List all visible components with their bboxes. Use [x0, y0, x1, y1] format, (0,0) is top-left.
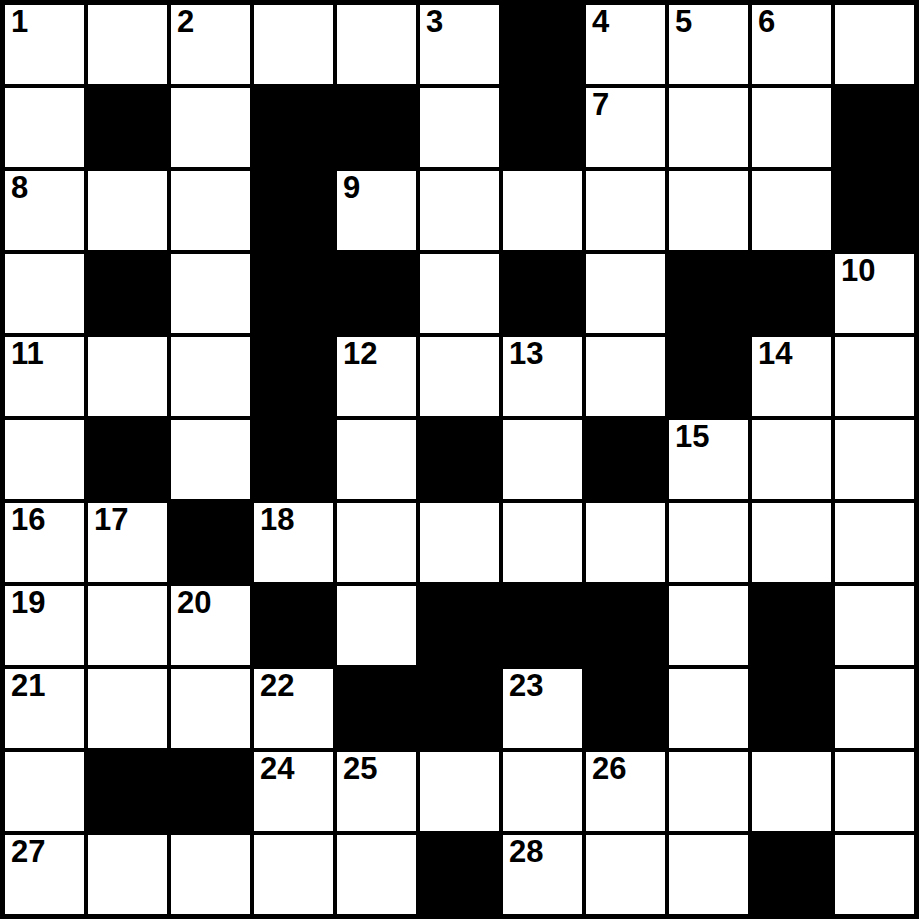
white-cell[interactable] [420, 254, 499, 333]
white-cell[interactable] [586, 337, 665, 416]
white-cell[interactable] [171, 88, 250, 167]
clue-number: 5 [675, 6, 692, 37]
black-cell [254, 171, 333, 250]
clue-number: 25 [343, 753, 377, 784]
black-cell [503, 88, 582, 167]
white-cell[interactable] [752, 420, 831, 499]
clue-number: 14 [758, 338, 792, 369]
white-cell[interactable] [254, 835, 333, 914]
white-cell[interactable]: 12 [337, 337, 416, 416]
black-cell [586, 669, 665, 748]
clue-number: 24 [260, 753, 294, 784]
black-cell [503, 254, 582, 333]
black-cell [503, 586, 582, 665]
white-cell[interactable] [835, 503, 914, 582]
black-cell [586, 586, 665, 665]
clue-number: 2 [177, 6, 194, 37]
white-cell[interactable] [171, 254, 250, 333]
white-cell[interactable] [669, 669, 748, 748]
clue-number: 17 [94, 504, 128, 535]
black-cell [835, 88, 914, 167]
black-cell [835, 171, 914, 250]
white-cell[interactable]: 2 [171, 5, 250, 84]
white-cell[interactable] [586, 254, 665, 333]
white-cell[interactable] [669, 586, 748, 665]
white-cell[interactable] [88, 835, 167, 914]
white-cell[interactable] [835, 420, 914, 499]
white-cell[interactable] [420, 752, 499, 831]
white-cell[interactable] [88, 669, 167, 748]
white-cell[interactable] [503, 752, 582, 831]
clue-number: 7 [592, 89, 609, 120]
white-cell[interactable] [171, 420, 250, 499]
black-cell [752, 669, 831, 748]
white-cell[interactable] [420, 88, 499, 167]
black-cell [420, 586, 499, 665]
white-cell[interactable] [835, 5, 914, 84]
black-cell [88, 254, 167, 333]
white-cell[interactable]: 14 [752, 337, 831, 416]
white-cell[interactable] [752, 88, 831, 167]
white-cell[interactable] [420, 171, 499, 250]
white-cell[interactable] [586, 171, 665, 250]
white-cell[interactable]: 7 [586, 88, 665, 167]
white-cell[interactable]: 5 [669, 5, 748, 84]
white-cell[interactable]: 23 [503, 669, 582, 748]
white-cell[interactable]: 26 [586, 752, 665, 831]
clue-number: 20 [177, 587, 211, 618]
white-cell[interactable] [88, 337, 167, 416]
black-cell [254, 88, 333, 167]
black-cell [337, 88, 416, 167]
clue-number: 22 [260, 670, 294, 701]
white-cell[interactable] [669, 88, 748, 167]
clue-number: 12 [343, 338, 377, 369]
white-cell[interactable]: 18 [254, 503, 333, 582]
black-cell [420, 669, 499, 748]
clue-number: 1 [11, 6, 28, 37]
white-cell[interactable] [669, 171, 748, 250]
white-cell[interactable] [254, 5, 333, 84]
white-cell[interactable]: 27 [5, 835, 84, 914]
white-cell[interactable] [88, 586, 167, 665]
black-cell [171, 752, 250, 831]
white-cell[interactable]: 21 [5, 669, 84, 748]
white-cell[interactable] [88, 5, 167, 84]
white-cell[interactable]: 22 [254, 669, 333, 748]
white-cell[interactable] [586, 503, 665, 582]
white-cell[interactable] [503, 171, 582, 250]
black-cell [337, 254, 416, 333]
white-cell[interactable] [337, 5, 416, 84]
clue-number: 11 [11, 338, 44, 369]
white-cell[interactable]: 10 [835, 254, 914, 333]
white-cell[interactable]: 4 [586, 5, 665, 84]
crossword-board: 1234567891011121314151617181920212223242… [0, 0, 919, 919]
black-cell [254, 254, 333, 333]
clue-number: 9 [343, 172, 360, 203]
white-cell[interactable] [420, 337, 499, 416]
white-cell[interactable] [669, 503, 748, 582]
black-cell [586, 420, 665, 499]
white-cell[interactable]: 11 [5, 337, 84, 416]
white-cell[interactable] [835, 835, 914, 914]
white-cell[interactable] [669, 752, 748, 831]
clue-number: 6 [758, 6, 775, 37]
white-cell[interactable] [5, 254, 84, 333]
white-cell[interactable] [503, 420, 582, 499]
black-cell [88, 752, 167, 831]
white-cell[interactable]: 24 [254, 752, 333, 831]
clue-number: 8 [11, 172, 28, 203]
white-cell[interactable]: 16 [5, 503, 84, 582]
white-cell[interactable]: 17 [88, 503, 167, 582]
white-cell[interactable]: 8 [5, 171, 84, 250]
clue-number: 27 [11, 836, 45, 867]
white-cell[interactable]: 3 [420, 5, 499, 84]
black-cell [752, 586, 831, 665]
clue-number: 19 [11, 587, 45, 618]
white-cell[interactable] [835, 337, 914, 416]
black-cell [752, 254, 831, 333]
black-cell [752, 835, 831, 914]
clue-number: 3 [426, 6, 443, 37]
white-cell[interactable] [171, 669, 250, 748]
black-cell [88, 88, 167, 167]
black-cell [503, 5, 582, 84]
white-cell[interactable] [5, 752, 84, 831]
white-cell[interactable] [752, 503, 831, 582]
white-cell[interactable] [420, 503, 499, 582]
white-cell[interactable] [337, 420, 416, 499]
black-cell [669, 337, 748, 416]
clue-number: 16 [11, 504, 45, 535]
white-cell[interactable]: 1 [5, 5, 84, 84]
white-cell[interactable] [171, 171, 250, 250]
white-cell[interactable]: 13 [503, 337, 582, 416]
white-cell[interactable] [337, 835, 416, 914]
clue-number: 23 [509, 670, 543, 701]
clue-number: 13 [509, 338, 543, 369]
black-cell [420, 835, 499, 914]
white-cell[interactable]: 9 [337, 171, 416, 250]
black-cell [420, 420, 499, 499]
white-cell[interactable]: 6 [752, 5, 831, 84]
white-cell[interactable] [752, 171, 831, 250]
white-cell[interactable] [503, 503, 582, 582]
black-cell [254, 420, 333, 499]
white-cell[interactable] [5, 420, 84, 499]
white-cell[interactable]: 19 [5, 586, 84, 665]
white-cell[interactable] [835, 752, 914, 831]
black-cell [171, 503, 250, 582]
white-cell[interactable] [835, 586, 914, 665]
white-cell[interactable] [88, 171, 167, 250]
clue-number: 10 [841, 255, 875, 286]
clue-number: 26 [592, 753, 626, 784]
white-cell[interactable] [835, 669, 914, 748]
white-cell[interactable] [669, 835, 748, 914]
white-cell[interactable] [171, 835, 250, 914]
clue-number: 15 [675, 421, 709, 452]
white-cell[interactable] [337, 586, 416, 665]
white-cell[interactable] [752, 752, 831, 831]
clue-number: 28 [509, 836, 543, 867]
black-cell [88, 420, 167, 499]
white-cell[interactable] [337, 503, 416, 582]
white-cell[interactable] [586, 835, 665, 914]
white-cell[interactable] [5, 88, 84, 167]
clue-number: 21 [11, 670, 45, 701]
white-cell[interactable]: 25 [337, 752, 416, 831]
black-cell [254, 337, 333, 416]
white-cell[interactable]: 15 [669, 420, 748, 499]
white-cell[interactable] [171, 337, 250, 416]
clue-number: 4 [592, 6, 609, 37]
white-cell[interactable]: 20 [171, 586, 250, 665]
black-cell [254, 586, 333, 665]
clue-number: 18 [260, 504, 294, 535]
black-cell [669, 254, 748, 333]
white-cell[interactable]: 28 [503, 835, 582, 914]
black-cell [337, 669, 416, 748]
